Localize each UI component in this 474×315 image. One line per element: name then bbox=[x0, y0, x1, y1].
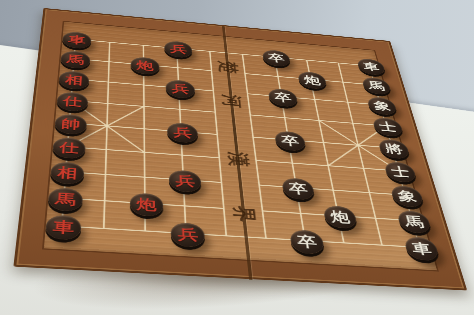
piece-red-cannon[interactable]: 炮 bbox=[130, 192, 164, 217]
intersection-c6-r5[interactable] bbox=[274, 151, 314, 178]
piece-glyph: 車 bbox=[410, 241, 433, 256]
intersection-c9-r4[interactable]: 將 bbox=[374, 136, 414, 161]
intersection-c9-r3[interactable]: 士 bbox=[368, 115, 407, 139]
piece-black-cannon[interactable]: 炮 bbox=[297, 71, 327, 90]
board-anchor: 楚 河 漢 界 車兵卒車馬炮炮馬相兵卒象仕士帥兵卒將仕士相兵卒象馬炮炮馬車兵卒車 bbox=[0, 0, 474, 273]
piece-glyph: 帥 bbox=[61, 118, 81, 131]
intersection-c6-r4[interactable]: 卒 bbox=[271, 128, 310, 153]
piece-black-horse[interactable]: 馬 bbox=[396, 210, 432, 234]
intersection-c3-r3[interactable] bbox=[163, 98, 200, 123]
piece-glyph: 兵 bbox=[173, 126, 192, 139]
piece-glyph: 卒 bbox=[280, 135, 300, 148]
piece-black-general[interactable]: 將 bbox=[377, 138, 411, 159]
piece-glyph: 兵 bbox=[177, 227, 198, 242]
piece-glyph: 卒 bbox=[296, 234, 318, 249]
intersection-c3-r2[interactable]: 兵 bbox=[162, 77, 198, 101]
intersection-c0-r3[interactable]: 仕 bbox=[53, 89, 92, 114]
intersection-c4-r5[interactable] bbox=[202, 146, 241, 173]
intersection-c9-r8[interactable]: 車 bbox=[399, 234, 444, 264]
piece-glyph: 相 bbox=[57, 166, 78, 180]
board-surface: 楚 河 漢 界 車兵卒車馬炮炮馬相兵卒象仕士帥兵卒將仕士相兵卒象馬炮炮馬車兵卒車 bbox=[42, 21, 439, 272]
intersection-c0-r8[interactable]: 車 bbox=[41, 212, 85, 243]
piece-glyph: 炮 bbox=[137, 197, 157, 212]
piece-black-soldier[interactable]: 卒 bbox=[289, 229, 325, 254]
intersection-c3-r5[interactable] bbox=[165, 143, 204, 170]
intersection-c6-r3[interactable] bbox=[268, 107, 306, 131]
intersection-c1-r4[interactable] bbox=[89, 114, 127, 140]
intersection-c5-r3[interactable] bbox=[233, 104, 271, 129]
board-grid: 車兵卒車馬炮炮馬相兵卒象仕士帥兵卒將仕士相兵卒象馬炮炮馬車兵卒車 bbox=[41, 29, 444, 264]
intersection-c4-r8[interactable] bbox=[207, 222, 250, 253]
intersection-c0-r2[interactable]: 相 bbox=[55, 68, 93, 92]
piece-black-chariot[interactable]: 車 bbox=[403, 236, 441, 261]
intersection-c0-r4[interactable]: 帥 bbox=[51, 111, 91, 137]
intersection-c5-r8[interactable] bbox=[246, 224, 289, 254]
intersection-c9-r6[interactable]: 象 bbox=[386, 183, 429, 210]
intersection-c6-r7[interactable] bbox=[281, 200, 323, 229]
piece-red-soldier[interactable]: 兵 bbox=[169, 169, 202, 192]
intersection-c6-r8[interactable]: 卒 bbox=[285, 227, 329, 257]
piece-glyph: 仕 bbox=[63, 95, 82, 107]
piece-glyph: 兵 bbox=[175, 174, 195, 188]
intersection-c5-r5[interactable] bbox=[238, 148, 278, 175]
piece-red-advisor[interactable]: 仕 bbox=[52, 137, 86, 160]
piece-red-horse[interactable]: 馬 bbox=[47, 187, 83, 212]
intersection-c1-r2[interactable] bbox=[91, 71, 127, 95]
xiangqi-board: 楚 河 漢 界 車兵卒車馬炮炮馬相兵卒象仕士帥兵卒將仕士相兵卒象馬炮炮馬車兵卒車 bbox=[13, 8, 467, 291]
intersection-c1-r3[interactable] bbox=[90, 92, 127, 117]
piece-glyph: 仕 bbox=[59, 141, 79, 155]
intersection-c4-r7[interactable] bbox=[205, 195, 246, 224]
piece-glyph: 士 bbox=[378, 121, 398, 133]
intersection-c0-r7[interactable]: 馬 bbox=[44, 185, 87, 215]
intersection-c9-r7[interactable]: 馬 bbox=[392, 208, 436, 237]
piece-glyph: 卒 bbox=[288, 182, 309, 196]
piece-glyph: 馬 bbox=[66, 54, 84, 66]
intersection-c4-r3[interactable] bbox=[198, 101, 235, 126]
piece-glyph: 馬 bbox=[55, 192, 77, 207]
piece-glyph: 卒 bbox=[267, 53, 285, 64]
piece-glyph: 車 bbox=[52, 220, 74, 236]
piece-glyph: 車 bbox=[362, 61, 380, 72]
piece-glyph: 兵 bbox=[170, 44, 187, 55]
piece-black-elephant[interactable]: 象 bbox=[366, 96, 398, 115]
intersection-c2-r6[interactable] bbox=[127, 164, 166, 192]
piece-black-advisor[interactable]: 士 bbox=[383, 161, 417, 183]
intersection-c5-r4[interactable] bbox=[236, 126, 275, 152]
piece-red-soldier[interactable]: 兵 bbox=[164, 40, 192, 58]
piece-red-elephant[interactable]: 相 bbox=[58, 70, 89, 90]
intersection-c7-r3[interactable] bbox=[302, 109, 340, 133]
piece-red-elephant[interactable]: 相 bbox=[50, 161, 85, 185]
intersection-c5-r7[interactable] bbox=[243, 198, 285, 227]
intersection-c7-r6[interactable] bbox=[314, 178, 356, 206]
piece-glyph: 馬 bbox=[403, 215, 425, 229]
intersection-c7-r5[interactable] bbox=[310, 154, 351, 180]
piece-red-general[interactable]: 帥 bbox=[54, 113, 87, 135]
piece-black-soldier[interactable]: 卒 bbox=[268, 88, 299, 108]
piece-red-soldier[interactable]: 兵 bbox=[165, 79, 195, 99]
piece-black-advisor[interactable]: 士 bbox=[372, 117, 405, 137]
intersection-c3-r6[interactable]: 兵 bbox=[165, 167, 205, 195]
intersection-c4-r2[interactable] bbox=[197, 80, 233, 104]
intersection-c4-r4[interactable] bbox=[200, 123, 238, 149]
intersection-c2-r8[interactable] bbox=[126, 217, 168, 248]
intersection-c0-r6[interactable]: 相 bbox=[46, 159, 88, 187]
piece-glyph: 士 bbox=[390, 165, 411, 178]
intersection-c2-r5[interactable] bbox=[127, 140, 165, 167]
intersection-c3-r7[interactable] bbox=[166, 193, 207, 222]
piece-red-cannon[interactable]: 炮 bbox=[131, 56, 160, 75]
intersection-c2-r4[interactable] bbox=[127, 117, 164, 143]
piece-red-advisor[interactable]: 仕 bbox=[56, 91, 88, 112]
piece-red-soldier[interactable]: 兵 bbox=[167, 122, 198, 143]
piece-glyph: 炮 bbox=[303, 75, 321, 86]
piece-red-chariot[interactable]: 車 bbox=[62, 31, 92, 49]
piece-black-soldier[interactable]: 卒 bbox=[274, 130, 307, 151]
intersection-c4-r6[interactable] bbox=[203, 170, 243, 198]
piece-glyph: 將 bbox=[384, 143, 404, 156]
intersection-c9-r5[interactable]: 士 bbox=[380, 159, 421, 185]
piece-red-chariot[interactable]: 車 bbox=[45, 214, 82, 240]
piece-red-horse[interactable]: 馬 bbox=[60, 50, 91, 69]
piece-glyph: 炮 bbox=[136, 60, 153, 71]
intersection-c2-r2[interactable] bbox=[128, 74, 164, 98]
intersection-c1-r6[interactable] bbox=[87, 162, 127, 190]
intersection-c1-r5[interactable] bbox=[88, 137, 127, 164]
intersection-c1-r7[interactable] bbox=[85, 187, 126, 217]
intersection-c0-r5[interactable]: 仕 bbox=[49, 134, 90, 161]
intersection-c3-r8[interactable]: 兵 bbox=[167, 219, 209, 250]
intersection-c6-r6[interactable]: 卒 bbox=[278, 175, 319, 203]
intersection-c1-r8[interactable] bbox=[84, 214, 127, 245]
piece-glyph: 象 bbox=[396, 189, 417, 203]
intersection-c2-r7[interactable]: 炮 bbox=[126, 190, 167, 220]
piece-black-chariot[interactable]: 車 bbox=[356, 58, 386, 76]
piece-red-soldier[interactable]: 兵 bbox=[170, 222, 205, 248]
intersection-c5-r6[interactable] bbox=[241, 172, 282, 200]
piece-glyph: 相 bbox=[65, 74, 84, 86]
intersection-c3-r4[interactable]: 兵 bbox=[164, 120, 202, 146]
piece-glyph: 炮 bbox=[329, 210, 350, 224]
piece-black-elephant[interactable]: 象 bbox=[389, 185, 424, 208]
piece-black-soldier[interactable]: 卒 bbox=[281, 177, 315, 200]
piece-glyph: 卒 bbox=[274, 92, 293, 104]
intersection-c7-r4[interactable] bbox=[306, 131, 345, 156]
piece-glyph: 兵 bbox=[171, 83, 189, 95]
piece-glyph: 車 bbox=[68, 35, 86, 46]
piece-glyph: 馬 bbox=[367, 80, 386, 91]
piece-glyph: 象 bbox=[372, 100, 391, 112]
scene: 楚 河 漢 界 車兵卒車馬炮炮馬相兵卒象仕士帥兵卒將仕士相兵卒象馬炮炮馬車兵卒車 bbox=[0, 0, 474, 315]
piece-black-cannon[interactable]: 炮 bbox=[322, 205, 358, 229]
piece-black-horse[interactable]: 馬 bbox=[361, 77, 392, 96]
piece-black-soldier[interactable]: 卒 bbox=[262, 49, 291, 67]
intersection-c2-r3[interactable] bbox=[127, 95, 164, 120]
